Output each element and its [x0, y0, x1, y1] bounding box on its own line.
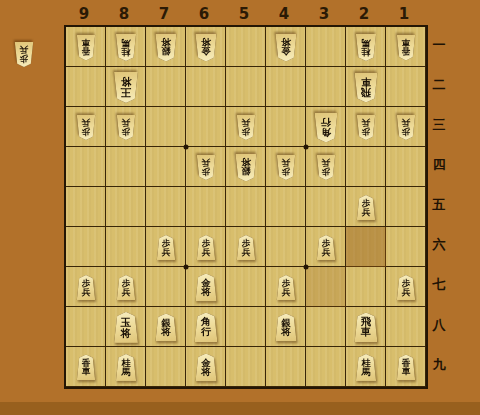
koma-kanji: 兵 [242, 248, 251, 257]
koma-kanji: 歩 [122, 128, 131, 137]
koma-kanji: 歩 [202, 168, 211, 177]
koma-kanji: 将 [121, 327, 132, 338]
koma-kanji: 歩 [402, 128, 411, 137]
koma-face: 銀将 [155, 313, 178, 341]
koma-kanji: 車 [402, 367, 411, 376]
koma-kanji: 兵 [122, 288, 131, 297]
koma-kanji: 金 [281, 47, 291, 57]
koma-face: 歩兵 [396, 275, 416, 300]
koma-kanji: 兵 [362, 208, 371, 217]
koma-kanji: 車 [361, 77, 371, 87]
rank-label-7: 七 [429, 265, 449, 305]
koma-kanji: 玉 [121, 317, 132, 328]
koma-face: 歩兵 [116, 115, 136, 140]
koma-kanji: 兵 [122, 119, 131, 128]
gote-pawn-2c[interactable]: 歩兵 [356, 115, 376, 140]
sente-pawn-7f[interactable]: 歩兵 [156, 235, 176, 260]
sente-pawn-8g[interactable]: 歩兵 [116, 275, 136, 300]
sente-pawn-5f[interactable]: 歩兵 [236, 235, 256, 260]
koma-kanji: 歩 [20, 55, 29, 64]
koma-kanji: 将 [201, 367, 211, 377]
koma-kanji: 兵 [282, 159, 291, 168]
gote-pawn-8c[interactable]: 歩兵 [116, 115, 136, 140]
file-label-3: 3 [304, 5, 344, 24]
koma-kanji: 馬 [122, 367, 131, 376]
koma-face: 桂馬 [115, 354, 137, 381]
koma-kanji: 将 [281, 327, 291, 337]
koma-face: 歩兵 [156, 235, 176, 260]
koma-kanji: 歩 [322, 168, 331, 177]
gote-pawn-1c[interactable]: 歩兵 [396, 115, 416, 140]
koma-kanji: 馬 [362, 38, 371, 47]
koma-face: 歩兵 [196, 155, 216, 180]
file-labels: 987654321 [64, 5, 424, 24]
koma-kanji: 兵 [82, 288, 91, 297]
koma-kanji: 馬 [122, 38, 131, 47]
koma-face: 桂馬 [355, 354, 377, 381]
gote-pawn-4d[interactable]: 歩兵 [276, 155, 296, 180]
koma-kanji: 桂 [362, 47, 371, 56]
gote-silver-5d[interactable]: 銀将 [235, 153, 258, 181]
koma-kanji: 兵 [322, 248, 331, 257]
koma-kanji: 歩 [362, 128, 371, 137]
sente-lance-1i[interactable]: 香車 [396, 354, 416, 380]
koma-face: 金将 [275, 33, 298, 61]
koma-kanji: 香 [82, 47, 91, 56]
koma-kanji: 兵 [202, 248, 211, 257]
koma-kanji: 歩 [82, 128, 91, 137]
koma-kanji: 銀 [241, 167, 251, 177]
sente-pawn-3f[interactable]: 歩兵 [316, 235, 336, 260]
koma-face: 飛車 [354, 72, 379, 102]
sente-knight-8i[interactable]: 桂馬 [115, 354, 137, 381]
koma-kanji: 兵 [402, 119, 411, 128]
sente-gold-6g[interactable]: 金将 [195, 273, 218, 301]
koma-kanji: 王 [121, 87, 132, 98]
gote-rook-2b[interactable]: 飛車 [354, 72, 379, 102]
koma-kanji: 兵 [322, 159, 331, 168]
pieces-layer: 香車桂馬銀将金将金将桂馬香車王将飛車歩兵歩兵歩兵角行歩兵歩兵歩兵銀将歩兵歩兵歩兵… [66, 27, 426, 387]
koma-kanji: 兵 [402, 288, 411, 297]
gote-pawn-9c[interactable]: 歩兵 [76, 115, 96, 140]
koma-face: 銀将 [235, 153, 258, 181]
koma-face: 飛車 [354, 312, 379, 342]
koma-kanji: 将 [161, 38, 171, 48]
sente-bishop-6h[interactable]: 角行 [194, 312, 219, 342]
gote-lance-1a[interactable]: 香車 [396, 34, 416, 60]
rank-label-5: 五 [429, 185, 449, 225]
sente-knight-2i[interactable]: 桂馬 [355, 354, 377, 381]
koma-kanji: 歩 [242, 128, 251, 137]
sente-silver-7h[interactable]: 銀将 [155, 313, 178, 341]
koma-face: 銀将 [275, 313, 298, 341]
koma-face: 角行 [194, 312, 219, 342]
koma-face: 歩兵 [236, 235, 256, 260]
koma-kanji: 香 [402, 47, 411, 56]
koma-face: 香車 [396, 354, 416, 380]
koma-face: 金将 [195, 33, 218, 61]
shogi-app: 987654321 一二三四五六七八九 歩兵 香車桂馬銀将金将金将桂馬香車王将飛… [0, 0, 480, 415]
sente-pawn-9g[interactable]: 歩兵 [76, 275, 96, 300]
sente-pawn-1g[interactable]: 歩兵 [396, 275, 416, 300]
file-label-8: 8 [104, 5, 144, 24]
gote-captured-pieces-tray: 歩兵 [10, 40, 40, 72]
koma-face: 銀将 [155, 33, 178, 61]
koma-kanji: 行 [321, 117, 331, 127]
koma-kanji: 行 [201, 327, 211, 337]
koma-kanji: 歩 [282, 168, 291, 177]
koma-face: 歩兵 [76, 275, 96, 300]
koma-kanji: 桂 [122, 47, 131, 56]
file-label-7: 7 [144, 5, 184, 24]
gote-bishop-3c[interactable]: 角行 [314, 112, 339, 142]
koma-face: 歩兵 [196, 235, 216, 260]
koma-kanji: 車 [82, 367, 91, 376]
koma-kanji: 兵 [162, 248, 171, 257]
sente-silver-4h[interactable]: 銀将 [275, 313, 298, 341]
koma-kanji: 兵 [20, 46, 29, 55]
koma-kanji: 兵 [362, 119, 371, 128]
gote-gold-6a[interactable]: 金将 [195, 33, 218, 61]
koma-face: 金将 [195, 353, 218, 381]
gote-lance-9a[interactable]: 香車 [76, 34, 96, 60]
gote-knight-8a[interactable]: 桂馬 [115, 34, 137, 61]
koma-face: 歩兵 [236, 115, 256, 140]
koma-face: 歩兵 [276, 155, 296, 180]
koma-face: 歩兵 [356, 115, 376, 140]
rank-label-4: 四 [429, 145, 449, 185]
koma-face: 香車 [76, 354, 96, 380]
koma-kanji: 兵 [82, 119, 91, 128]
koma-face: 桂馬 [355, 34, 377, 61]
sente-pawn-2e[interactable]: 歩兵 [356, 195, 376, 220]
rank-label-6: 六 [429, 225, 449, 265]
koma-face: 角行 [314, 112, 339, 142]
file-label-9: 9 [64, 5, 104, 24]
gote-knight-2a[interactable]: 桂馬 [355, 34, 377, 61]
koma-kanji: 将 [161, 327, 171, 337]
sente-king-8h[interactable]: 玉将 [113, 312, 139, 343]
koma-kanji: 将 [241, 158, 251, 168]
file-label-1: 1 [384, 5, 424, 24]
koma-face: 金将 [195, 273, 218, 301]
koma-kanji: 兵 [282, 288, 291, 297]
file-label-6: 6 [184, 5, 224, 24]
koma-kanji: 将 [201, 287, 211, 297]
koma-face: 香車 [76, 34, 96, 60]
koma-face: 香車 [396, 34, 416, 60]
rank-label-9: 九 [429, 345, 449, 385]
koma-face: 歩兵 [316, 235, 336, 260]
koma-kanji: 車 [402, 39, 411, 48]
gote-gold-4a[interactable]: 金将 [275, 33, 298, 61]
gote-silver-7a[interactable]: 銀将 [155, 33, 178, 61]
rank-labels: 一二三四五六七八九 [429, 25, 449, 385]
koma-kanji: 兵 [202, 159, 211, 168]
koma-kanji: 兵 [242, 119, 251, 128]
sente-gold-6i[interactable]: 金将 [195, 353, 218, 381]
rank-label-1: 一 [429, 25, 449, 65]
koma-kanji: 銀 [161, 47, 171, 57]
koma-kanji: 将 [281, 38, 291, 48]
koma-face: 王将 [113, 72, 139, 103]
koma-kanji: 将 [201, 38, 211, 48]
koma-face: 桂馬 [115, 34, 137, 61]
gote-pawn-6d[interactable]: 歩兵 [196, 155, 216, 180]
koma-face: 歩兵 [396, 115, 416, 140]
koma-kanji: 車 [361, 327, 371, 337]
koma-kanji: 角 [321, 127, 331, 137]
shogi-board: 香車桂馬銀将金将金将桂馬香車王将飛車歩兵歩兵歩兵角行歩兵歩兵歩兵銀将歩兵歩兵歩兵… [64, 25, 428, 389]
file-label-4: 4 [264, 5, 304, 24]
koma-face: 歩兵 [276, 275, 296, 300]
koma-face: 歩兵 [76, 115, 96, 140]
koma-face: 歩兵 [316, 155, 336, 180]
rank-label-8: 八 [429, 305, 449, 345]
koma-kanji: 飛 [361, 87, 371, 97]
gote-pawn-in-hand[interactable]: 歩兵 [14, 42, 34, 67]
koma-kanji: 将 [121, 77, 132, 88]
rank-label-2: 二 [429, 65, 449, 105]
koma-face: 玉将 [113, 312, 139, 343]
koma-kanji: 馬 [362, 367, 371, 376]
koma-kanji: 金 [201, 47, 211, 57]
koma-kanji: 車 [82, 39, 91, 48]
gote-king-8b[interactable]: 王将 [113, 72, 139, 103]
rank-label-3: 三 [429, 105, 449, 145]
gote-pawn-5c[interactable]: 歩兵 [236, 115, 256, 140]
koma-face: 歩兵 [116, 275, 136, 300]
sente-rook-2h[interactable]: 飛車 [354, 312, 379, 342]
gote-pawn-3d[interactable]: 歩兵 [316, 155, 336, 180]
koma-face: 歩兵 [356, 195, 376, 220]
sente-pawn-6f[interactable]: 歩兵 [196, 235, 216, 260]
file-label-5: 5 [224, 5, 264, 24]
sente-lance-9i[interactable]: 香車 [76, 354, 96, 380]
file-label-2: 2 [344, 5, 384, 24]
koma-face: 歩兵 [14, 42, 34, 67]
sente-pawn-4g[interactable]: 歩兵 [276, 275, 296, 300]
